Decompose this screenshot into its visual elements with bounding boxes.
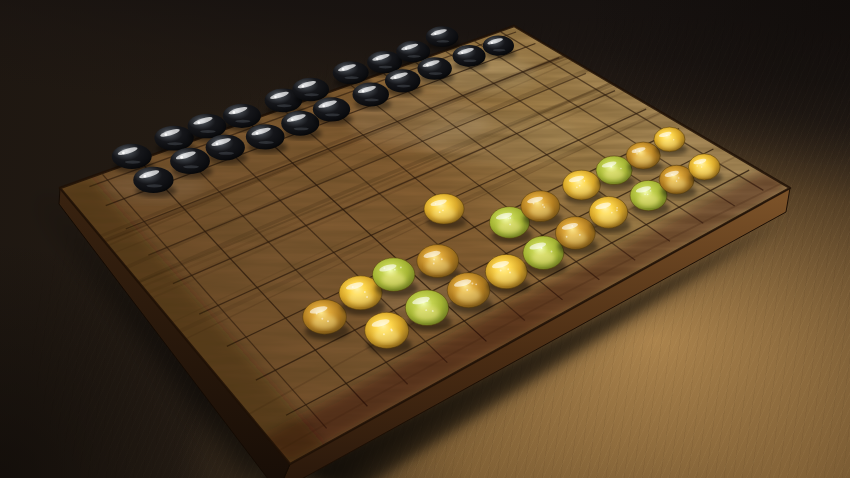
latrunculi-board-photo xyxy=(0,0,850,478)
black-stone[interactable] xyxy=(426,26,461,50)
table-surface xyxy=(0,0,850,478)
